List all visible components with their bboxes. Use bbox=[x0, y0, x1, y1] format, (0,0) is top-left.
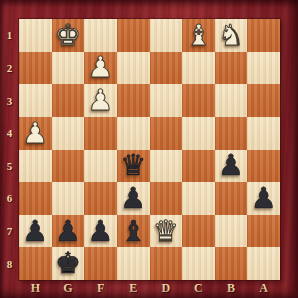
rank-label-8: 8 bbox=[0, 247, 19, 280]
rank-label-3: 3 bbox=[0, 84, 19, 117]
square-D6[interactable] bbox=[150, 182, 183, 215]
square-C8[interactable] bbox=[182, 247, 215, 280]
square-E3[interactable] bbox=[117, 84, 150, 117]
square-D8[interactable] bbox=[150, 247, 183, 280]
square-C3[interactable] bbox=[182, 84, 215, 117]
square-F7[interactable]: ♟ bbox=[84, 215, 117, 248]
chess-board-frame: 12345678 ♚♝♞♟♟♟♛♟♟♟♟♟♟♝♛♚ HGFEDCBA bbox=[0, 0, 298, 298]
square-C1[interactable]: ♝ bbox=[182, 19, 215, 52]
file-label-G: G bbox=[52, 279, 85, 298]
black-pawn-H7[interactable]: ♟ bbox=[22, 217, 48, 246]
square-E6[interactable]: ♟ bbox=[117, 182, 150, 215]
rank-label-5: 5 bbox=[0, 150, 19, 183]
square-H2[interactable] bbox=[19, 52, 52, 85]
square-D3[interactable] bbox=[150, 84, 183, 117]
square-A7[interactable] bbox=[247, 215, 280, 248]
file-labels: HGFEDCBA bbox=[19, 279, 280, 298]
white-pawn-F2[interactable]: ♟ bbox=[88, 53, 114, 82]
square-G5[interactable] bbox=[52, 150, 85, 183]
square-B1[interactable]: ♞ bbox=[215, 19, 248, 52]
white-bishop-C1[interactable]: ♝ bbox=[185, 21, 211, 50]
square-B3[interactable] bbox=[215, 84, 248, 117]
rank-label-2: 2 bbox=[0, 52, 19, 85]
square-C2[interactable] bbox=[182, 52, 215, 85]
file-label-F: F bbox=[84, 279, 117, 298]
square-F2[interactable]: ♟ bbox=[84, 52, 117, 85]
square-D4[interactable] bbox=[150, 117, 183, 150]
square-G1[interactable]: ♚ bbox=[52, 19, 85, 52]
rank-label-4: 4 bbox=[0, 117, 19, 150]
square-D1[interactable] bbox=[150, 19, 183, 52]
square-C4[interactable] bbox=[182, 117, 215, 150]
file-label-D: D bbox=[150, 279, 183, 298]
file-label-E: E bbox=[117, 279, 150, 298]
square-E8[interactable] bbox=[117, 247, 150, 280]
square-A3[interactable] bbox=[247, 84, 280, 117]
square-H1[interactable] bbox=[19, 19, 52, 52]
rank-label-7: 7 bbox=[0, 215, 19, 248]
square-E5[interactable]: ♛ bbox=[117, 150, 150, 183]
file-label-C: C bbox=[182, 279, 215, 298]
black-king-G8[interactable]: ♚ bbox=[55, 249, 81, 278]
black-queen-E5[interactable]: ♛ bbox=[120, 151, 146, 180]
square-G2[interactable] bbox=[52, 52, 85, 85]
square-D5[interactable] bbox=[150, 150, 183, 183]
square-E7[interactable]: ♝ bbox=[117, 215, 150, 248]
square-G4[interactable] bbox=[52, 117, 85, 150]
square-C6[interactable] bbox=[182, 182, 215, 215]
square-H7[interactable]: ♟ bbox=[19, 215, 52, 248]
square-G8[interactable]: ♚ bbox=[52, 247, 85, 280]
square-E4[interactable] bbox=[117, 117, 150, 150]
square-A5[interactable] bbox=[247, 150, 280, 183]
square-C5[interactable] bbox=[182, 150, 215, 183]
rank-label-1: 1 bbox=[0, 19, 19, 52]
square-F4[interactable] bbox=[84, 117, 117, 150]
black-pawn-A6[interactable]: ♟ bbox=[251, 184, 277, 213]
rank-label-6: 6 bbox=[0, 182, 19, 215]
square-H5[interactable] bbox=[19, 150, 52, 183]
square-H3[interactable] bbox=[19, 84, 52, 117]
square-A6[interactable]: ♟ bbox=[247, 182, 280, 215]
square-E2[interactable] bbox=[117, 52, 150, 85]
square-F6[interactable] bbox=[84, 182, 117, 215]
square-F8[interactable] bbox=[84, 247, 117, 280]
file-label-B: B bbox=[215, 279, 248, 298]
square-A1[interactable] bbox=[247, 19, 280, 52]
square-A2[interactable] bbox=[247, 52, 280, 85]
square-D2[interactable] bbox=[150, 52, 183, 85]
white-pawn-H4[interactable]: ♟ bbox=[22, 119, 48, 148]
white-queen-D7[interactable]: ♛ bbox=[153, 217, 179, 246]
square-B4[interactable] bbox=[215, 117, 248, 150]
chess-board[interactable]: ♚♝♞♟♟♟♛♟♟♟♟♟♟♝♛♚ bbox=[19, 19, 280, 280]
file-label-H: H bbox=[19, 279, 52, 298]
square-H8[interactable] bbox=[19, 247, 52, 280]
square-B6[interactable] bbox=[215, 182, 248, 215]
white-knight-B1[interactable]: ♞ bbox=[218, 21, 244, 50]
black-pawn-G7[interactable]: ♟ bbox=[55, 217, 81, 246]
square-H4[interactable]: ♟ bbox=[19, 117, 52, 150]
white-king-G1[interactable]: ♚ bbox=[55, 21, 81, 50]
square-B8[interactable] bbox=[215, 247, 248, 280]
square-G3[interactable] bbox=[52, 84, 85, 117]
square-C7[interactable] bbox=[182, 215, 215, 248]
white-pawn-F3[interactable]: ♟ bbox=[88, 86, 114, 115]
square-B7[interactable] bbox=[215, 215, 248, 248]
square-D7[interactable]: ♛ bbox=[150, 215, 183, 248]
square-H6[interactable] bbox=[19, 182, 52, 215]
black-bishop-E7[interactable]: ♝ bbox=[120, 217, 146, 246]
square-G6[interactable] bbox=[52, 182, 85, 215]
square-F5[interactable] bbox=[84, 150, 117, 183]
square-A8[interactable] bbox=[247, 247, 280, 280]
square-F1[interactable] bbox=[84, 19, 117, 52]
black-pawn-E6[interactable]: ♟ bbox=[120, 184, 146, 213]
square-F3[interactable]: ♟ bbox=[84, 84, 117, 117]
rank-labels: 12345678 bbox=[0, 19, 19, 280]
black-pawn-B5[interactable]: ♟ bbox=[218, 151, 244, 180]
square-B2[interactable] bbox=[215, 52, 248, 85]
square-B5[interactable]: ♟ bbox=[215, 150, 248, 183]
square-G7[interactable]: ♟ bbox=[52, 215, 85, 248]
file-label-A: A bbox=[247, 279, 280, 298]
square-A4[interactable] bbox=[247, 117, 280, 150]
black-pawn-F7[interactable]: ♟ bbox=[88, 217, 114, 246]
square-E1[interactable] bbox=[117, 19, 150, 52]
